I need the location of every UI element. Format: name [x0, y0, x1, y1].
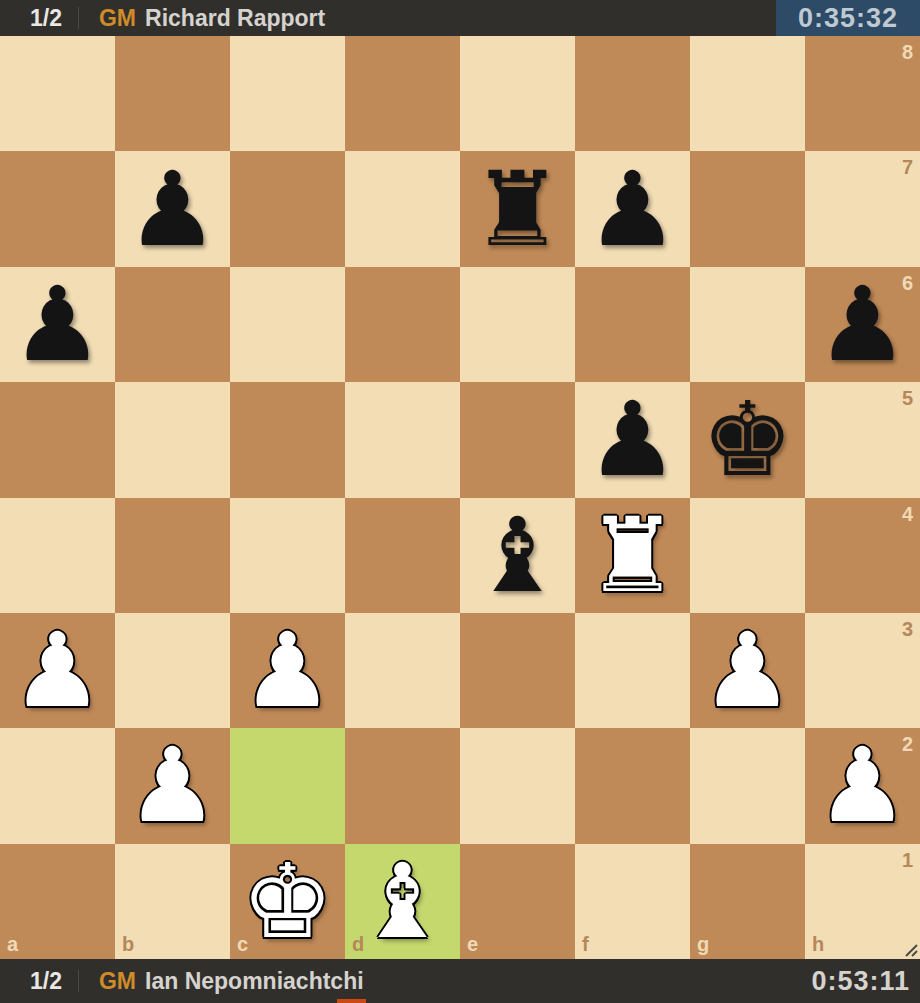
white-pawn[interactable]: ♟ [0, 613, 115, 728]
file-label-h: h [812, 934, 824, 954]
clock-top: 0:35:32 [776, 0, 920, 36]
square-g3[interactable]: ♟ [690, 613, 805, 728]
square-e1[interactable]: e [460, 844, 575, 959]
square-d2[interactable] [345, 728, 460, 843]
square-d5[interactable] [345, 382, 460, 497]
square-g2[interactable] [690, 728, 805, 843]
square-c8[interactable] [230, 36, 345, 151]
square-f8[interactable] [575, 36, 690, 151]
square-h4[interactable]: 4 [805, 498, 920, 613]
square-a7[interactable] [0, 151, 115, 266]
bar-divider [78, 970, 79, 992]
player-name-top: Richard Rapport [145, 5, 325, 32]
square-d7[interactable] [345, 151, 460, 266]
clock-bottom: 0:53:11 [811, 966, 920, 997]
square-d3[interactable] [345, 613, 460, 728]
square-b1[interactable]: b [115, 844, 230, 959]
square-b6[interactable] [115, 267, 230, 382]
rank-label-7: 7 [902, 157, 913, 177]
rank-label-1: 1 [902, 850, 913, 870]
rank-label-5: 5 [902, 388, 913, 408]
square-e3[interactable] [460, 613, 575, 728]
square-h5[interactable]: 5 [805, 382, 920, 497]
square-f6[interactable] [575, 267, 690, 382]
square-g5[interactable]: ♚ [690, 382, 805, 497]
square-e7[interactable]: ♜ [460, 151, 575, 266]
black-pawn[interactable]: ♟ [0, 267, 115, 382]
file-label-b: b [122, 934, 134, 954]
square-a1[interactable]: a [0, 844, 115, 959]
white-rook[interactable]: ♜ [575, 498, 690, 613]
square-f2[interactable] [575, 728, 690, 843]
square-f7[interactable]: ♟ [575, 151, 690, 266]
square-f1[interactable]: f [575, 844, 690, 959]
square-h7[interactable]: 7 [805, 151, 920, 266]
file-label-c: c [237, 934, 248, 954]
white-bishop[interactable]: ♝ [345, 844, 460, 959]
square-a6[interactable]: ♟ [0, 267, 115, 382]
square-b7[interactable]: ♟ [115, 151, 230, 266]
square-h6[interactable]: 6♟ [805, 267, 920, 382]
file-label-g: g [697, 934, 709, 954]
square-c2[interactable] [230, 728, 345, 843]
black-bishop[interactable]: ♝ [460, 498, 575, 613]
black-pawn[interactable]: ♟ [575, 151, 690, 266]
square-e2[interactable] [460, 728, 575, 843]
square-d6[interactable] [345, 267, 460, 382]
player-name-bottom: Ian Nepomniachtchi [145, 968, 364, 995]
rank-label-3: 3 [902, 619, 913, 639]
file-label-a: a [7, 934, 18, 954]
white-pawn[interactable]: ♟ [230, 613, 345, 728]
chess-board[interactable]: 8♟♜♟7♟6♟♟♚5♝♜4♟♟♟3♟2♟abc♚d♝efgh1 [0, 36, 920, 959]
square-a5[interactable] [0, 382, 115, 497]
player-score-bottom: 1/2 [30, 968, 62, 995]
white-pawn[interactable]: ♟ [115, 728, 230, 843]
player-bar-bottom: 1/2 GM Ian Nepomniachtchi 0:53:11 [0, 959, 920, 1003]
square-c4[interactable] [230, 498, 345, 613]
black-king[interactable]: ♚ [690, 382, 805, 497]
square-c5[interactable] [230, 382, 345, 497]
square-g6[interactable] [690, 267, 805, 382]
rank-label-8: 8 [902, 42, 913, 62]
square-g7[interactable] [690, 151, 805, 266]
square-a3[interactable]: ♟ [0, 613, 115, 728]
rank-label-2: 2 [902, 734, 913, 754]
square-c1[interactable]: c♚ [230, 844, 345, 959]
square-b3[interactable] [115, 613, 230, 728]
square-d1[interactable]: d♝ [345, 844, 460, 959]
square-a2[interactable] [0, 728, 115, 843]
square-b2[interactable]: ♟ [115, 728, 230, 843]
resize-handle-icon[interactable] [902, 941, 918, 957]
square-f3[interactable] [575, 613, 690, 728]
square-c3[interactable]: ♟ [230, 613, 345, 728]
square-d4[interactable] [345, 498, 460, 613]
square-c6[interactable] [230, 267, 345, 382]
square-e8[interactable] [460, 36, 575, 151]
square-b4[interactable] [115, 498, 230, 613]
square-e6[interactable] [460, 267, 575, 382]
square-f5[interactable]: ♟ [575, 382, 690, 497]
square-f4[interactable]: ♜ [575, 498, 690, 613]
player-bar-top: 1/2 GM Richard Rapport 0:35:32 [0, 0, 920, 36]
white-pawn[interactable]: ♟ [805, 728, 920, 843]
square-h2[interactable]: 2♟ [805, 728, 920, 843]
active-tab-indicator [337, 999, 366, 1003]
black-rook[interactable]: ♜ [460, 151, 575, 266]
black-pawn[interactable]: ♟ [805, 267, 920, 382]
square-e5[interactable] [460, 382, 575, 497]
file-label-e: e [467, 934, 478, 954]
square-c7[interactable] [230, 151, 345, 266]
player-title-top: GM [99, 5, 136, 32]
square-a8[interactable] [0, 36, 115, 151]
rank-label-4: 4 [902, 504, 913, 524]
black-pawn[interactable]: ♟ [575, 382, 690, 497]
rank-label-6: 6 [902, 273, 913, 293]
player-score-top: 1/2 [30, 5, 62, 32]
bar-divider [78, 7, 79, 29]
square-d8[interactable] [345, 36, 460, 151]
file-label-f: f [582, 934, 589, 954]
square-e4[interactable]: ♝ [460, 498, 575, 613]
square-g8[interactable] [690, 36, 805, 151]
square-b5[interactable] [115, 382, 230, 497]
square-h3[interactable]: 3 [805, 613, 920, 728]
square-g1[interactable]: g [690, 844, 805, 959]
square-b8[interactable] [115, 36, 230, 151]
square-g4[interactable] [690, 498, 805, 613]
square-a4[interactable] [0, 498, 115, 613]
black-pawn[interactable]: ♟ [115, 151, 230, 266]
white-pawn[interactable]: ♟ [690, 613, 805, 728]
square-h8[interactable]: 8 [805, 36, 920, 151]
player-title-bottom: GM [99, 968, 136, 995]
file-label-d: d [352, 934, 364, 954]
white-king[interactable]: ♚ [230, 844, 345, 959]
